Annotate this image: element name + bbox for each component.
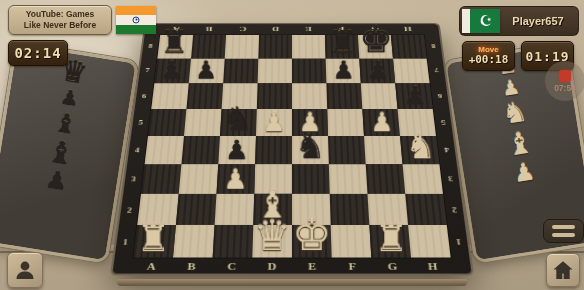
coord-label: C — [226, 24, 259, 34]
coord-label: D — [259, 24, 292, 34]
square-e4[interactable]: ♞ — [292, 136, 329, 164]
ashoka-chakra-icon — [133, 16, 140, 23]
square-b1[interactable] — [173, 225, 215, 258]
square-g4[interactable] — [364, 136, 403, 164]
square-d7[interactable] — [258, 59, 292, 84]
pakistan-flag: ☪ — [462, 9, 500, 33]
black-pawn: ♟ — [404, 83, 427, 108]
black-pawn: ♟ — [161, 58, 183, 83]
white-rook: ♜ — [374, 219, 408, 256]
square-f4[interactable] — [328, 136, 366, 164]
square-h4[interactable]: ♞ — [400, 136, 439, 164]
coord-label: E — [292, 258, 332, 273]
square-h3[interactable] — [403, 164, 443, 194]
square-c2[interactable] — [215, 194, 255, 225]
square-f2[interactable] — [330, 194, 370, 225]
square-e8[interactable] — [292, 35, 326, 59]
square-a6[interactable] — [151, 83, 189, 109]
square-d1[interactable]: ♛ — [252, 225, 292, 258]
square-h1[interactable] — [408, 225, 451, 258]
menu-bar — [552, 225, 575, 229]
square-e1[interactable]: ♚ — [292, 225, 332, 258]
square-a7[interactable]: ♟ — [154, 59, 191, 84]
board-grid: ♜♜♚♟♟♟♟♟♞♟♟♟♟♞♞♟♝♜♛♚♜ — [132, 34, 452, 258]
square-b7[interactable]: ♟ — [189, 59, 225, 84]
square-g1[interactable]: ♜ — [369, 225, 411, 258]
black-pawn: ♟ — [332, 58, 354, 83]
coord-label: 8 — [425, 34, 443, 58]
square-h8[interactable] — [391, 35, 427, 59]
coord-label: 6 — [431, 83, 450, 109]
square-d6[interactable] — [257, 83, 292, 109]
white-knight: ♞ — [406, 130, 436, 164]
square-b3[interactable] — [179, 164, 219, 194]
profile-button[interactable] — [7, 252, 43, 288]
white-king: ♚ — [292, 213, 331, 257]
square-f1[interactable] — [331, 225, 372, 258]
menu-button[interactable] — [543, 219, 584, 243]
square-c1[interactable] — [213, 225, 254, 258]
square-c5[interactable]: ♞ — [220, 109, 257, 136]
black-knight: ♞ — [223, 102, 253, 135]
square-f6[interactable] — [326, 83, 362, 109]
square-e7[interactable] — [292, 59, 326, 84]
promo-line1: YouTube: Games — [26, 9, 95, 20]
coord-label: F — [325, 24, 358, 34]
board-near-edge — [117, 279, 467, 286]
square-f7[interactable]: ♟ — [326, 59, 361, 84]
coord-label: H — [391, 24, 425, 34]
square-a5[interactable] — [148, 109, 186, 136]
square-c4[interactable]: ♟ — [218, 136, 256, 164]
square-c7[interactable] — [223, 59, 258, 84]
square-b4[interactable] — [181, 136, 220, 164]
file-labels-far: ABCDEFGH — [159, 24, 424, 34]
black-pawn: ♟ — [195, 58, 217, 83]
white-pawn: ♟ — [223, 166, 247, 193]
record-stop-icon — [559, 70, 571, 82]
square-c8[interactable] — [225, 35, 259, 59]
coord-label: F — [332, 258, 373, 273]
black-knight: ♞ — [295, 130, 325, 164]
menu-bar — [552, 233, 575, 237]
coord-label: B — [171, 258, 212, 273]
coord-label: G — [372, 258, 413, 273]
record-time: 07:54 — [554, 83, 576, 93]
coord-label: A — [130, 258, 172, 273]
square-g5[interactable]: ♟ — [362, 109, 400, 136]
square-h2[interactable] — [405, 194, 447, 225]
square-g7[interactable]: ♟ — [359, 59, 395, 84]
square-d5[interactable]: ♟ — [256, 109, 292, 136]
square-b5[interactable] — [184, 109, 222, 136]
square-h7[interactable] — [393, 59, 430, 84]
star-and-crescent-icon: ☪ — [473, 8, 498, 33]
home-icon — [551, 258, 575, 282]
black-pawn: ♟ — [225, 137, 249, 164]
home-button[interactable] — [546, 253, 580, 287]
black-pawn: ♟ — [367, 58, 389, 83]
coord-label: A — [159, 24, 193, 34]
square-e3[interactable] — [292, 164, 330, 194]
square-d4[interactable] — [255, 136, 292, 164]
coord-label: 7 — [428, 58, 446, 83]
india-flag — [116, 6, 156, 34]
white-queen: ♛ — [253, 215, 291, 257]
coord-label: D — [252, 258, 292, 273]
square-a1[interactable]: ♜ — [133, 225, 176, 258]
square-g3[interactable] — [366, 164, 406, 194]
promo-banner: YouTube: Games Like Never Before — [8, 5, 112, 35]
white-pawn: ♟ — [262, 109, 285, 135]
move-time-value: +00:18 — [469, 54, 509, 66]
square-b6[interactable] — [186, 83, 223, 109]
white-rook: ♜ — [136, 219, 170, 256]
white-player-clock: 02:14 — [8, 40, 68, 66]
promo-line2: Like Never Before — [24, 20, 96, 31]
coord-label: 5 — [434, 109, 453, 136]
square-h6[interactable]: ♟ — [395, 83, 433, 109]
square-e6[interactable] — [292, 83, 327, 109]
square-g6[interactable] — [361, 83, 398, 109]
move-timer: Move +00:18 — [462, 41, 515, 71]
person-icon — [13, 258, 37, 282]
coord-label: C — [211, 258, 252, 273]
square-d8[interactable] — [258, 35, 292, 59]
opponent-name: Player657 — [500, 15, 576, 27]
coord-label: G — [358, 24, 392, 34]
screen-record-indicator[interactable]: 07:54 — [545, 61, 584, 101]
square-a4[interactable] — [145, 136, 184, 164]
coord-label: B — [193, 24, 227, 34]
square-f3[interactable] — [329, 164, 368, 194]
coord-label: E — [292, 24, 325, 34]
square-f5[interactable] — [327, 109, 364, 136]
coord-label: H — [412, 258, 454, 273]
square-b2[interactable] — [176, 194, 217, 225]
opponent-bar: ☪ Player657 — [459, 6, 579, 36]
square-a3[interactable] — [141, 164, 181, 194]
square-c3[interactable]: ♟ — [217, 164, 256, 194]
white-pawn: ♟ — [370, 109, 393, 135]
chess-board: ABCDEFGH ABCDEFGH 87654321 87654321 ♜♜♚♟… — [112, 24, 471, 273]
file-labels-near: ABCDEFGH — [130, 258, 453, 273]
